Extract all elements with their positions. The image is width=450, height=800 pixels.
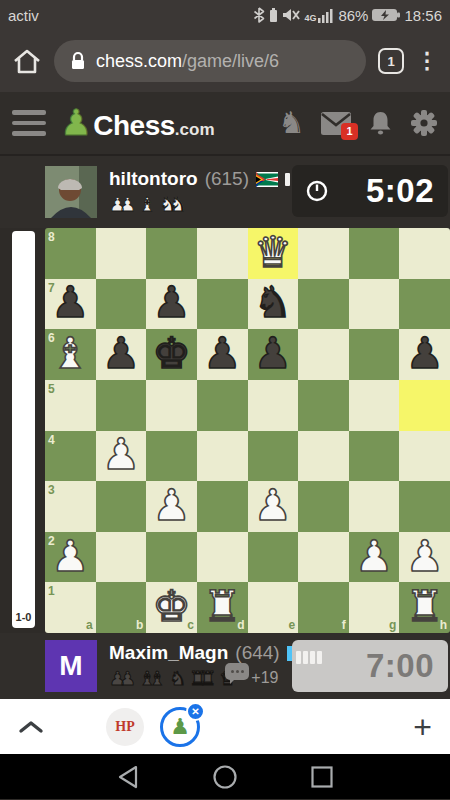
- browser-toolbar: chess.com/game/live/6 1 ⋮: [0, 30, 450, 92]
- square-e8[interactable]: ♛: [248, 228, 299, 279]
- piece-white-rook[interactable]: ♜: [405, 585, 444, 628]
- coord-file-f: f: [342, 618, 346, 632]
- square-g8[interactable]: [349, 228, 400, 279]
- coord-file-g: g: [389, 618, 396, 632]
- coord-rank-1: 1: [48, 584, 55, 598]
- url-domain: chess.com: [96, 51, 182, 71]
- collapse-chevron-icon[interactable]: [18, 719, 44, 735]
- board-area: 1-0 8♛7♟♟♞6♝♟♚♟♟♟54♟3♟♟2♟♟♟1abc♚d♜efgh♜: [0, 228, 450, 633]
- captured-group-3: ♜♜: [189, 666, 209, 690]
- square-a6[interactable]: 6♝: [45, 329, 96, 380]
- new-tab-button[interactable]: +: [413, 711, 432, 743]
- piece-white-rook[interactable]: ♜: [203, 585, 242, 628]
- square-c6[interactable]: ♚: [146, 329, 197, 380]
- square-e4[interactable]: [248, 431, 299, 482]
- bluetooth-icon: [253, 7, 265, 23]
- square-h3[interactable]: [399, 481, 450, 532]
- square-c7[interactable]: ♟: [146, 279, 197, 330]
- square-b2[interactable]: [96, 532, 147, 583]
- square-d3[interactable]: [197, 481, 248, 532]
- square-g2[interactable]: ♟: [349, 532, 400, 583]
- coord-rank-4: 4: [48, 433, 55, 447]
- square-e1[interactable]: e: [248, 582, 299, 633]
- square-g1[interactable]: g: [349, 582, 400, 633]
- tab-pawn-icon: ♟: [170, 716, 190, 738]
- player-info-bar: M Maxim_Magn (644) ♟♟♝♝♞♜♜♛+19 7:00: [0, 633, 450, 699]
- coord-rank-8: 8: [48, 230, 55, 244]
- square-a1[interactable]: 1a: [45, 582, 96, 633]
- signal-strength-icon: 4G: [304, 8, 334, 23]
- alerts-bell-icon[interactable]: [367, 110, 394, 137]
- square-d8[interactable]: [197, 228, 248, 279]
- opponent-info-bar: hiltontoro (615) ♟♟♝♞♞ 5:02: [0, 156, 450, 228]
- square-f3[interactable]: [298, 481, 349, 532]
- piece-white-pawn[interactable]: ♟: [254, 484, 293, 527]
- square-e5[interactable]: [248, 380, 299, 431]
- android-recents-button[interactable]: [310, 765, 334, 789]
- opponent-captured-pieces: ♟♟♝♞♞: [109, 192, 311, 216]
- square-e7[interactable]: ♞: [248, 279, 299, 330]
- square-d4[interactable]: [197, 431, 248, 482]
- chess-board[interactable]: 8♛7♟♟♞6♝♟♚♟♟♟54♟3♟♟2♟♟♟1abc♚d♜efgh♜: [45, 228, 450, 633]
- square-g5[interactable]: [349, 380, 400, 431]
- battery-percent-label: 86%: [338, 7, 368, 24]
- piece-black-pawn[interactable]: ♟: [254, 332, 293, 375]
- play-knight-icon[interactable]: ♞: [278, 108, 305, 138]
- captured-group-1: ♝♝: [139, 666, 159, 690]
- square-a3[interactable]: 3: [45, 481, 96, 532]
- piece-black-pawn[interactable]: ♟: [203, 332, 242, 375]
- settings-gear-icon[interactable]: [410, 109, 438, 137]
- coord-file-e: e: [288, 618, 295, 632]
- tab-thumbnail-hp[interactable]: HP: [106, 708, 144, 746]
- captured-group-2: ♞♞: [159, 192, 179, 216]
- square-a2[interactable]: 2♟: [45, 532, 96, 583]
- square-h7[interactable]: [399, 279, 450, 330]
- player-clock: 7:00: [292, 640, 448, 692]
- home-icon[interactable]: [12, 47, 42, 75]
- player-avatar[interactable]: M: [45, 640, 97, 692]
- square-c3[interactable]: ♟: [146, 481, 197, 532]
- messages-icon[interactable]: 1: [321, 112, 351, 135]
- square-h8[interactable]: [399, 228, 450, 279]
- evaluation-bar: 1-0: [12, 231, 35, 628]
- network-type-label: 4G: [304, 14, 316, 23]
- coord-file-b: b: [136, 618, 143, 632]
- opponent-name[interactable]: hiltontoro: [109, 168, 198, 190]
- square-d1[interactable]: d♜: [197, 582, 248, 633]
- captured-group-0: ♟♟: [109, 192, 129, 216]
- square-c1[interactable]: c♚: [146, 582, 197, 633]
- captured-group-2: ♞: [169, 666, 179, 690]
- square-f8[interactable]: [298, 228, 349, 279]
- piece-black-knight[interactable]: ♞: [254, 281, 293, 324]
- square-b8[interactable]: [96, 228, 147, 279]
- lock-icon: [70, 51, 86, 71]
- android-home-button[interactable]: [212, 764, 238, 790]
- square-d6[interactable]: ♟: [197, 329, 248, 380]
- chesscom-logo[interactable]: ♟ Chess .com: [60, 105, 215, 142]
- piece-black-pawn[interactable]: ♟: [102, 332, 141, 375]
- player-rating: (644): [235, 642, 279, 664]
- square-b5[interactable]: [96, 380, 147, 431]
- chat-bubble-icon[interactable]: [225, 663, 249, 680]
- battery-charging-icon: [372, 8, 400, 22]
- piece-white-queen[interactable]: ♛: [254, 231, 293, 274]
- square-c5[interactable]: [146, 380, 197, 431]
- square-e2[interactable]: [248, 532, 299, 583]
- device-battery-icon: [269, 7, 278, 23]
- square-g3[interactable]: [349, 481, 400, 532]
- piece-black-pawn[interactable]: ♟: [152, 281, 191, 324]
- square-f2[interactable]: [298, 532, 349, 583]
- logo-pawn-icon: ♟: [60, 105, 92, 141]
- android-back-button[interactable]: [116, 764, 140, 790]
- square-c2[interactable]: [146, 532, 197, 583]
- url-bar[interactable]: chess.com/game/live/6: [54, 40, 366, 82]
- square-g6[interactable]: [349, 329, 400, 380]
- coord-file-a: a: [86, 618, 93, 632]
- coord-rank-5: 5: [48, 382, 55, 396]
- piece-white-pawn[interactable]: ♟: [51, 535, 90, 578]
- opponent-clock: 5:02: [292, 165, 448, 217]
- muted-speaker-icon: [282, 7, 300, 23]
- square-d2[interactable]: [197, 532, 248, 583]
- square-f1[interactable]: f: [298, 582, 349, 633]
- square-f6[interactable]: [298, 329, 349, 380]
- piece-black-pawn[interactable]: ♟: [51, 281, 90, 324]
- square-d5[interactable]: [197, 380, 248, 431]
- opponent-rating: (615): [205, 168, 249, 190]
- player-captured-pieces: ♟♟♝♝♞♜♜♛+19: [109, 666, 309, 690]
- piece-white-king[interactable]: ♚: [152, 585, 191, 628]
- material-advantage-label: +19: [251, 669, 278, 687]
- hamburger-menu-button[interactable]: [12, 110, 46, 136]
- player-clock-time: 7:00: [366, 647, 434, 685]
- square-h5[interactable]: [399, 380, 450, 431]
- browser-menu-button[interactable]: ⋮: [416, 50, 438, 72]
- south-africa-flag-icon: [256, 172, 278, 187]
- square-d7[interactable]: [197, 279, 248, 330]
- player-name[interactable]: Maxim_Magn: [109, 642, 228, 664]
- square-a4[interactable]: 4: [45, 431, 96, 482]
- square-b6[interactable]: ♟: [96, 329, 147, 380]
- square-e3[interactable]: ♟: [248, 481, 299, 532]
- square-h1[interactable]: h♜: [399, 582, 450, 633]
- square-e6[interactable]: ♟: [248, 329, 299, 380]
- tab-thumbnail-chess-active[interactable]: ♟ ✕: [160, 707, 200, 747]
- android-navigation-bar: [0, 754, 450, 799]
- notification-ticker: activ: [8, 7, 253, 24]
- piece-white-pawn[interactable]: ♟: [405, 535, 444, 578]
- piece-black-king[interactable]: ♚: [152, 332, 191, 375]
- coord-rank-3: 3: [48, 483, 55, 497]
- square-b7[interactable]: [96, 279, 147, 330]
- square-f4[interactable]: [298, 431, 349, 482]
- square-f7[interactable]: [298, 279, 349, 330]
- browser-tab-bar: HP ♟ ✕ +: [0, 699, 450, 754]
- opponent-avatar[interactable]: [45, 166, 97, 218]
- piece-white-pawn[interactable]: ♟: [355, 535, 394, 578]
- square-h2[interactable]: ♟: [399, 532, 450, 583]
- square-c4[interactable]: [146, 431, 197, 482]
- square-c8[interactable]: [146, 228, 197, 279]
- player-connection-bars: [296, 651, 322, 664]
- square-a7[interactable]: 7♟: [45, 279, 96, 330]
- piece-white-bishop[interactable]: ♝: [51, 332, 90, 375]
- piece-white-pawn[interactable]: ♟: [102, 433, 141, 476]
- captured-group-0: ♟♟: [109, 666, 129, 690]
- square-b4[interactable]: ♟: [96, 431, 147, 482]
- game-result-label: 1-0: [16, 611, 32, 628]
- square-b1[interactable]: b: [96, 582, 147, 633]
- piece-black-pawn[interactable]: ♟: [405, 332, 444, 375]
- site-header: ♟ Chess .com ♞ 1: [0, 92, 450, 156]
- clock-icon: [306, 180, 328, 202]
- square-f5[interactable]: [298, 380, 349, 431]
- square-b3[interactable]: [96, 481, 147, 532]
- opponent-clock-time: 5:02: [366, 172, 434, 210]
- status-bar: activ 4G 86% 18:56: [0, 0, 450, 30]
- tab-counter-button[interactable]: 1: [378, 48, 404, 74]
- square-g4[interactable]: [349, 431, 400, 482]
- square-h4[interactable]: [399, 431, 450, 482]
- status-time-label: 18:56: [404, 7, 442, 24]
- square-a8[interactable]: 8: [45, 228, 96, 279]
- square-h6[interactable]: ♟: [399, 329, 450, 380]
- square-a5[interactable]: 5: [45, 380, 96, 431]
- url-path: /game/live/6: [182, 51, 279, 71]
- piece-white-pawn[interactable]: ♟: [152, 484, 191, 527]
- square-g7[interactable]: [349, 279, 400, 330]
- captured-group-1: ♝: [139, 192, 149, 216]
- tab-close-button[interactable]: ✕: [186, 702, 205, 721]
- messages-badge: 1: [341, 123, 358, 140]
